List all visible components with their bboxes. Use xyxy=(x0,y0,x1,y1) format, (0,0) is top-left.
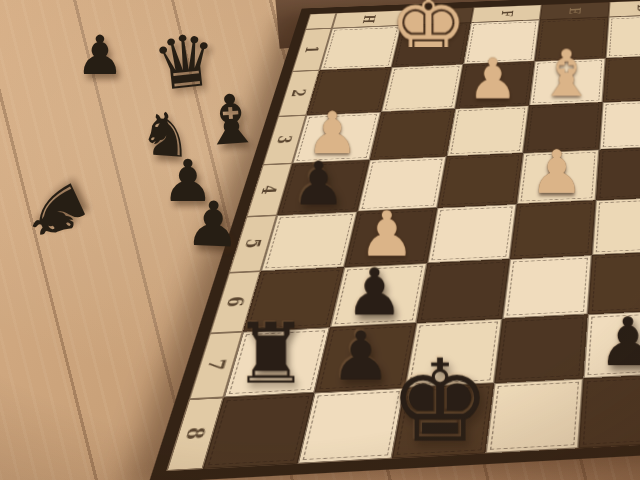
square-d8[interactable] xyxy=(578,374,640,448)
rank-label-text: 3 xyxy=(272,135,297,144)
square-g2[interactable] xyxy=(381,64,463,112)
board-corner xyxy=(305,13,336,29)
square-f8[interactable]: ♚ xyxy=(392,383,494,458)
file-label-text: H xyxy=(358,15,379,24)
square-e2[interactable]: ♝ xyxy=(529,58,606,105)
rank-label-text: 2 xyxy=(287,89,311,98)
square-f4[interactable] xyxy=(437,153,523,208)
square-e8[interactable] xyxy=(485,378,583,453)
square-h5[interactable] xyxy=(261,212,358,272)
captured-black-pawn[interactable]: ♟ xyxy=(184,195,242,256)
piece-black-rook-h7[interactable]: ♜ xyxy=(233,316,308,393)
square-h4[interactable]: ♟ xyxy=(277,160,370,215)
square-e7[interactable] xyxy=(494,314,588,383)
rank-label-1: 1 xyxy=(292,28,332,71)
captured-black-pawn[interactable]: ♟ xyxy=(76,30,124,81)
file-label-text: D xyxy=(634,4,640,12)
square-d1[interactable] xyxy=(606,14,640,58)
square-g1[interactable]: ♚ xyxy=(392,23,471,68)
square-h8[interactable] xyxy=(203,393,315,469)
rank-label-text: 7 xyxy=(202,358,232,371)
square-g3[interactable] xyxy=(370,109,456,160)
piece-white-pawn-e4[interactable]: ♟ xyxy=(530,146,584,201)
piece-black-pawn-h4[interactable]: ♟ xyxy=(291,157,345,212)
square-f2[interactable]: ♟ xyxy=(455,61,534,109)
piece-white-pawn-f2[interactable]: ♟ xyxy=(468,55,518,106)
rank-label-text: 4 xyxy=(257,185,283,195)
square-d2[interactable] xyxy=(603,55,640,102)
captured-black-bishop[interactable]: ♝ xyxy=(198,86,263,155)
square-h7[interactable]: ♜ xyxy=(224,327,330,397)
piece-white-king-g1[interactable]: ♚ xyxy=(389,0,467,66)
square-d4[interactable] xyxy=(596,146,640,200)
rank-label-text: 5 xyxy=(240,238,267,249)
photo-canvas: HGFEDCBA1♚2♟♝3♟4♟♟5♟6♟7♜♟♟8♚ ♟♛♞♝♟♟♞ xyxy=(0,0,640,480)
square-d3[interactable] xyxy=(599,99,640,149)
piece-black-pawn-g7[interactable]: ♟ xyxy=(330,326,391,388)
square-e5[interactable] xyxy=(510,200,596,259)
piece-black-pawn-d7[interactable]: ♟ xyxy=(598,312,640,374)
square-f6[interactable] xyxy=(416,259,509,323)
rank-label-text: 1 xyxy=(301,45,324,53)
file-label-F: F xyxy=(471,5,542,23)
square-e4[interactable]: ♟ xyxy=(517,150,600,204)
square-e6[interactable] xyxy=(502,255,592,319)
square-d5[interactable] xyxy=(592,197,640,255)
square-f5[interactable] xyxy=(427,204,516,263)
rank-label-text: 8 xyxy=(180,426,211,440)
file-label-text: E xyxy=(566,7,585,14)
piece-black-king-f8[interactable]: ♚ xyxy=(389,349,491,454)
file-label-text: F xyxy=(497,10,516,17)
file-label-D: D xyxy=(609,0,640,17)
square-d7[interactable]: ♟ xyxy=(583,310,640,378)
piece-white-bishop-e2[interactable]: ♝ xyxy=(537,44,595,103)
piece-black-pawn-g6[interactable]: ♟ xyxy=(345,264,403,324)
square-f3[interactable] xyxy=(447,106,530,157)
